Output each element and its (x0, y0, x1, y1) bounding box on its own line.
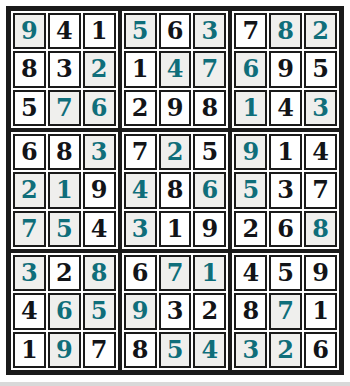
sudoku-box-8: 671932854 (120, 251, 231, 372)
sudoku-cell-r8c7[interactable]: 8 (234, 293, 267, 329)
sudoku-cell-r6c2[interactable]: 5 (48, 211, 81, 247)
sudoku-cell-r8c3[interactable]: 5 (83, 293, 116, 329)
page-bottom-edge (0, 382, 350, 386)
sudoku-cell-r3c2[interactable]: 7 (48, 90, 81, 126)
sudoku-box-2: 563147298 (120, 9, 231, 130)
sudoku-cell-r1c9[interactable]: 2 (304, 13, 337, 49)
sudoku-cell-r3c4[interactable]: 2 (124, 90, 157, 126)
sudoku-cell-r3c8[interactable]: 4 (269, 90, 302, 126)
sudoku-cell-r1c3[interactable]: 1 (83, 13, 116, 49)
sudoku-cell-r7c9[interactable]: 9 (304, 255, 337, 291)
sudoku-cell-r3c6[interactable]: 8 (193, 90, 226, 126)
sudoku-cell-r9c2[interactable]: 9 (48, 332, 81, 368)
sudoku-cell-r2c2[interactable]: 3 (48, 51, 81, 87)
sudoku-box-1: 941832576 (9, 9, 120, 130)
sudoku-cell-r2c6[interactable]: 7 (193, 51, 226, 87)
sudoku-box-7: 328465197 (9, 251, 120, 372)
sudoku-cell-r6c9[interactable]: 8 (304, 211, 337, 247)
sudoku-cell-r7c3[interactable]: 8 (83, 255, 116, 291)
sudoku-cell-r7c5[interactable]: 7 (159, 255, 192, 291)
sudoku-cell-r7c7[interactable]: 4 (234, 255, 267, 291)
sudoku-cell-r3c9[interactable]: 3 (304, 90, 337, 126)
sudoku-cell-r2c5[interactable]: 4 (159, 51, 192, 87)
sudoku-cell-r9c6[interactable]: 4 (193, 332, 226, 368)
sudoku-cell-r5c3[interactable]: 9 (83, 172, 116, 208)
sudoku-cell-r4c3[interactable]: 3 (83, 134, 116, 170)
sudoku-box-6: 914537268 (230, 130, 341, 251)
sudoku-cell-r6c3[interactable]: 4 (83, 211, 116, 247)
sudoku-cell-r8c8[interactable]: 7 (269, 293, 302, 329)
sudoku-cell-r4c1[interactable]: 6 (13, 134, 46, 170)
sudoku-cell-r1c7[interactable]: 7 (234, 13, 267, 49)
sudoku-cell-r4c9[interactable]: 4 (304, 134, 337, 170)
sudoku-cell-r8c6[interactable]: 2 (193, 293, 226, 329)
sudoku-cell-r5c5[interactable]: 8 (159, 172, 192, 208)
sudoku-cell-r1c4[interactable]: 5 (124, 13, 157, 49)
sudoku-cell-r8c9[interactable]: 1 (304, 293, 337, 329)
sudoku-board: 9418325765631472987826951436832197547254… (6, 6, 344, 375)
sudoku-cell-r6c8[interactable]: 6 (269, 211, 302, 247)
sudoku-cell-r3c1[interactable]: 5 (13, 90, 46, 126)
sudoku-cell-r5c8[interactable]: 3 (269, 172, 302, 208)
sudoku-cell-r9c3[interactable]: 7 (83, 332, 116, 368)
sudoku-cell-r5c7[interactable]: 5 (234, 172, 267, 208)
sudoku-cell-r8c2[interactable]: 6 (48, 293, 81, 329)
sudoku-cell-r9c1[interactable]: 1 (13, 332, 46, 368)
sudoku-cell-r5c4[interactable]: 4 (124, 172, 157, 208)
sudoku-cell-r8c4[interactable]: 9 (124, 293, 157, 329)
sudoku-cell-r1c2[interactable]: 4 (48, 13, 81, 49)
sudoku-cell-r6c5[interactable]: 1 (159, 211, 192, 247)
sudoku-cell-r7c6[interactable]: 1 (193, 255, 226, 291)
sudoku-cell-r6c1[interactable]: 7 (13, 211, 46, 247)
sudoku-cell-r7c8[interactable]: 5 (269, 255, 302, 291)
sudoku-cell-r3c7[interactable]: 1 (234, 90, 267, 126)
sudoku-cell-r7c1[interactable]: 3 (13, 255, 46, 291)
sudoku-cell-r7c2[interactable]: 2 (48, 255, 81, 291)
sudoku-box-4: 683219754 (9, 130, 120, 251)
sudoku-box-9: 459871326 (230, 251, 341, 372)
sudoku-cell-r4c8[interactable]: 1 (269, 134, 302, 170)
sudoku-cell-r2c7[interactable]: 6 (234, 51, 267, 87)
sudoku-cell-r9c9[interactable]: 6 (304, 332, 337, 368)
sudoku-cell-r5c9[interactable]: 7 (304, 172, 337, 208)
sudoku-cell-r4c2[interactable]: 8 (48, 134, 81, 170)
sudoku-cell-r2c4[interactable]: 1 (124, 51, 157, 87)
sudoku-cell-r2c1[interactable]: 8 (13, 51, 46, 87)
sudoku-cell-r9c5[interactable]: 5 (159, 332, 192, 368)
sudoku-cell-r9c7[interactable]: 3 (234, 332, 267, 368)
sudoku-cell-r5c2[interactable]: 1 (48, 172, 81, 208)
sudoku-cell-r5c6[interactable]: 6 (193, 172, 226, 208)
sudoku-cell-r3c3[interactable]: 6 (83, 90, 116, 126)
sudoku-cell-r1c1[interactable]: 9 (13, 13, 46, 49)
sudoku-cell-r9c4[interactable]: 8 (124, 332, 157, 368)
sudoku-cell-r9c8[interactable]: 2 (269, 332, 302, 368)
sudoku-cell-r8c1[interactable]: 4 (13, 293, 46, 329)
sudoku-cell-r4c4[interactable]: 7 (124, 134, 157, 170)
sudoku-cell-r4c6[interactable]: 5 (193, 134, 226, 170)
sudoku-cell-r2c9[interactable]: 5 (304, 51, 337, 87)
sudoku-cell-r1c6[interactable]: 3 (193, 13, 226, 49)
sudoku-cell-r8c5[interactable]: 3 (159, 293, 192, 329)
sudoku-cell-r2c3[interactable]: 2 (83, 51, 116, 87)
sudoku-cell-r1c8[interactable]: 8 (269, 13, 302, 49)
sudoku-cell-r3c5[interactable]: 9 (159, 90, 192, 126)
sudoku-cell-r6c4[interactable]: 3 (124, 211, 157, 247)
sudoku-cell-r7c4[interactable]: 6 (124, 255, 157, 291)
sudoku-cell-r4c5[interactable]: 2 (159, 134, 192, 170)
sudoku-cell-r6c7[interactable]: 2 (234, 211, 267, 247)
sudoku-cell-r2c8[interactable]: 9 (269, 51, 302, 87)
sudoku-box-5: 725486319 (120, 130, 231, 251)
sudoku-cell-r4c7[interactable]: 9 (234, 134, 267, 170)
sudoku-box-3: 782695143 (230, 9, 341, 130)
sudoku-cell-r5c1[interactable]: 2 (13, 172, 46, 208)
sudoku-cell-r1c5[interactable]: 6 (159, 13, 192, 49)
sudoku-cell-r6c6[interactable]: 9 (193, 211, 226, 247)
